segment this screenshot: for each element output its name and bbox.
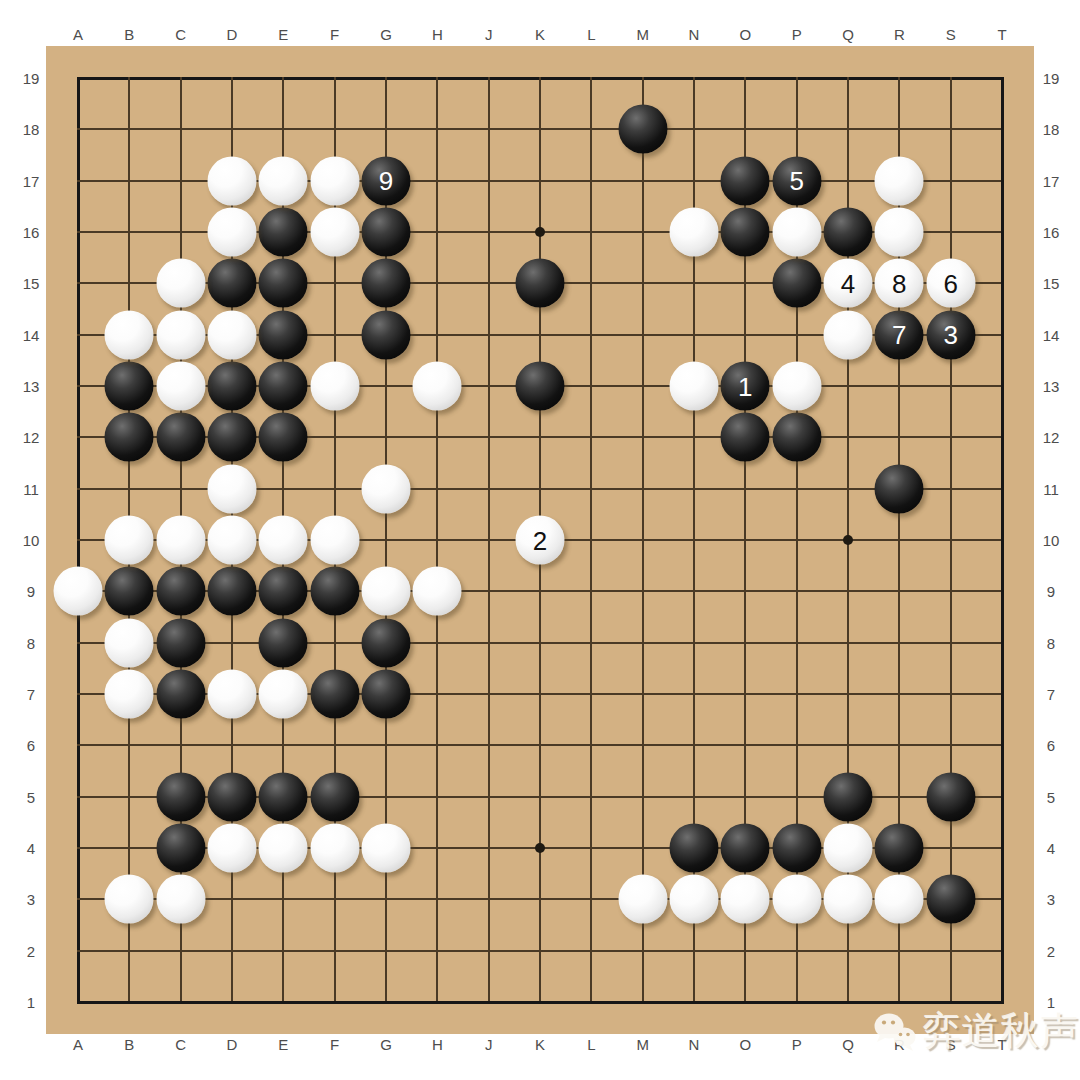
stone-black-B9	[105, 567, 154, 616]
coord-label-left-13: 13	[23, 378, 40, 395]
grid-vertical-line-L	[590, 77, 592, 1004]
coord-label-bottom-P: P	[792, 1036, 802, 1053]
stone-black-O16	[721, 208, 770, 257]
stone-black-E12	[259, 413, 308, 462]
stone-black-G17: 9	[362, 156, 411, 205]
stone-white-E10	[259, 516, 308, 565]
stone-white-P3	[772, 875, 821, 924]
stone-black-R14: 7	[875, 310, 924, 359]
coord-label-bottom-H: H	[432, 1036, 443, 1053]
coord-label-bottom-Q: Q	[842, 1036, 854, 1053]
stone-black-D12	[208, 413, 257, 462]
coord-label-left-12: 12	[23, 429, 40, 446]
stone-white-B10	[105, 516, 154, 565]
stone-black-C9	[156, 567, 205, 616]
coord-label-left-17: 17	[23, 172, 40, 189]
stone-white-Q3	[824, 875, 873, 924]
stone-white-M3	[618, 875, 667, 924]
coord-label-bottom-A: A	[73, 1036, 83, 1053]
watermark-text: 弈道秋声	[923, 1006, 1079, 1057]
stone-white-B14	[105, 310, 154, 359]
coord-label-bottom-D: D	[227, 1036, 238, 1053]
stone-black-F9	[310, 567, 359, 616]
coord-label-left-10: 10	[23, 532, 40, 549]
stone-black-D9	[208, 567, 257, 616]
stone-black-S14: 3	[926, 310, 975, 359]
stone-white-R16	[875, 208, 924, 257]
stone-black-S3	[926, 875, 975, 924]
coord-label-left-19: 19	[23, 70, 40, 87]
coord-label-right-12: 12	[1043, 429, 1060, 446]
stone-white-Q14	[824, 310, 873, 359]
stone-white-N13	[670, 362, 719, 411]
coord-label-right-15: 15	[1043, 275, 1060, 292]
stone-white-B8	[105, 618, 154, 667]
stone-white-K10: 2	[516, 516, 565, 565]
stone-black-C8	[156, 618, 205, 667]
move-number-1: 1	[738, 373, 752, 399]
coord-label-top-G: G	[380, 26, 392, 43]
stone-black-R4	[875, 824, 924, 873]
stone-black-C5	[156, 772, 205, 821]
coord-label-right-18: 18	[1043, 121, 1060, 138]
coord-label-left-3: 3	[27, 891, 35, 908]
stone-black-E5	[259, 772, 308, 821]
coord-label-top-L: L	[587, 26, 595, 43]
stone-white-P16	[772, 208, 821, 257]
coord-label-right-8: 8	[1047, 634, 1055, 651]
stone-black-K13	[516, 362, 565, 411]
stone-black-G15	[362, 259, 411, 308]
stone-black-B12	[105, 413, 154, 462]
stone-black-S5	[926, 772, 975, 821]
stone-black-E16	[259, 208, 308, 257]
stone-black-O4	[721, 824, 770, 873]
stone-black-F7	[310, 670, 359, 719]
grid-vertical-line-T	[1001, 77, 1004, 1004]
stone-white-D10	[208, 516, 257, 565]
coord-label-top-P: P	[792, 26, 802, 43]
grid-vertical-line-M	[642, 77, 644, 1004]
coord-label-right-5: 5	[1047, 788, 1055, 805]
stone-white-F17	[310, 156, 359, 205]
coord-label-right-14: 14	[1043, 326, 1060, 343]
stone-white-G9	[362, 567, 411, 616]
stone-black-Q5	[824, 772, 873, 821]
stone-black-O17	[721, 156, 770, 205]
stone-white-C10	[156, 516, 205, 565]
coord-label-top-S: S	[946, 26, 956, 43]
stone-black-M18	[618, 105, 667, 154]
stone-white-S15: 6	[926, 259, 975, 308]
move-number-3: 3	[943, 322, 957, 348]
stone-white-G11	[362, 464, 411, 513]
coord-label-top-B: B	[124, 26, 134, 43]
stone-white-O3	[721, 875, 770, 924]
coord-label-bottom-F: F	[330, 1036, 339, 1053]
coord-label-left-4: 4	[27, 840, 35, 857]
coord-label-top-C: C	[175, 26, 186, 43]
coord-label-left-9: 9	[27, 583, 35, 600]
stone-black-E8	[259, 618, 308, 667]
stone-white-E17	[259, 156, 308, 205]
move-number-9: 9	[379, 168, 393, 194]
coord-label-right-4: 4	[1047, 840, 1055, 857]
stone-white-N3	[670, 875, 719, 924]
stone-white-Q4	[824, 824, 873, 873]
stone-black-D5	[208, 772, 257, 821]
coord-label-right-13: 13	[1043, 378, 1060, 395]
stone-black-P17: 5	[772, 156, 821, 205]
stone-black-G16	[362, 208, 411, 257]
coord-label-top-F: F	[330, 26, 339, 43]
stone-black-E13	[259, 362, 308, 411]
coord-label-bottom-O: O	[739, 1036, 751, 1053]
stone-white-B3	[105, 875, 154, 924]
stone-white-R17	[875, 156, 924, 205]
stone-black-C12	[156, 413, 205, 462]
grid-horizontal-line-1	[77, 1001, 1004, 1004]
move-number-5: 5	[789, 168, 803, 194]
stone-black-E9	[259, 567, 308, 616]
watermark: 弈道秋声	[872, 1006, 1079, 1057]
coord-label-bottom-B: B	[124, 1036, 134, 1053]
coord-label-left-16: 16	[23, 224, 40, 241]
coord-label-top-H: H	[432, 26, 443, 43]
coord-label-right-6: 6	[1047, 737, 1055, 754]
stone-white-B7	[105, 670, 154, 719]
stone-black-N4	[670, 824, 719, 873]
stone-black-B13	[105, 362, 154, 411]
coord-label-right-17: 17	[1043, 172, 1060, 189]
stone-black-Q16	[824, 208, 873, 257]
stone-black-D13	[208, 362, 257, 411]
move-number-8: 8	[892, 270, 906, 296]
stone-black-P4	[772, 824, 821, 873]
stone-black-G8	[362, 618, 411, 667]
stone-white-D16	[208, 208, 257, 257]
stone-white-A9	[54, 567, 103, 616]
stone-black-G7	[362, 670, 411, 719]
stone-black-P12	[772, 413, 821, 462]
coord-label-bottom-C: C	[175, 1036, 186, 1053]
coord-label-bottom-E: E	[278, 1036, 288, 1053]
stone-white-D14	[208, 310, 257, 359]
stone-white-H9	[413, 567, 462, 616]
move-number-2: 2	[533, 527, 547, 553]
star-point-K4	[535, 843, 545, 853]
stone-white-N16	[670, 208, 719, 257]
coord-label-top-O: O	[739, 26, 751, 43]
coord-label-bottom-N: N	[689, 1036, 700, 1053]
coord-label-left-15: 15	[23, 275, 40, 292]
coord-label-right-3: 3	[1047, 891, 1055, 908]
stone-white-P13	[772, 362, 821, 411]
coord-label-right-16: 16	[1043, 224, 1060, 241]
stone-white-G4	[362, 824, 411, 873]
stone-white-F13	[310, 362, 359, 411]
stone-white-F4	[310, 824, 359, 873]
stone-black-G14	[362, 310, 411, 359]
coord-label-right-10: 10	[1043, 532, 1060, 549]
coord-label-left-2: 2	[27, 942, 35, 959]
coord-label-right-9: 9	[1047, 583, 1055, 600]
coord-label-right-2: 2	[1047, 942, 1055, 959]
stone-black-E14	[259, 310, 308, 359]
stone-white-Q15: 4	[824, 259, 873, 308]
coord-label-top-J: J	[485, 26, 493, 43]
stone-black-O12	[721, 413, 770, 462]
stone-black-R11	[875, 464, 924, 513]
coord-label-top-M: M	[636, 26, 649, 43]
coord-label-left-1: 1	[27, 994, 35, 1011]
stone-white-E4	[259, 824, 308, 873]
stone-black-F5	[310, 772, 359, 821]
stone-black-K15	[516, 259, 565, 308]
coord-label-top-E: E	[278, 26, 288, 43]
coord-label-left-7: 7	[27, 686, 35, 703]
stone-black-O13: 1	[721, 362, 770, 411]
coord-label-right-7: 7	[1047, 686, 1055, 703]
coord-label-left-14: 14	[23, 326, 40, 343]
coord-label-top-A: A	[73, 26, 83, 43]
coord-label-bottom-J: J	[485, 1036, 493, 1053]
coord-label-bottom-M: M	[636, 1036, 649, 1053]
stone-black-P15	[772, 259, 821, 308]
stone-white-R15: 8	[875, 259, 924, 308]
coord-label-top-R: R	[894, 26, 905, 43]
coord-label-right-11: 11	[1043, 480, 1059, 497]
stone-white-F10	[310, 516, 359, 565]
coord-label-left-6: 6	[27, 737, 35, 754]
grid-horizontal-line-6	[77, 744, 1004, 746]
coord-label-top-D: D	[227, 26, 238, 43]
stone-black-D15	[208, 259, 257, 308]
coord-label-right-19: 19	[1043, 70, 1060, 87]
stone-white-C15	[156, 259, 205, 308]
star-point-Q10	[843, 535, 853, 545]
coord-label-bottom-K: K	[535, 1036, 545, 1053]
stone-white-C14	[156, 310, 205, 359]
star-point-K16	[535, 227, 545, 237]
coord-label-left-11: 11	[23, 480, 39, 497]
stone-black-C7	[156, 670, 205, 719]
coord-label-top-K: K	[535, 26, 545, 43]
move-number-4: 4	[841, 270, 855, 296]
move-number-6: 6	[943, 270, 957, 296]
stone-white-E7	[259, 670, 308, 719]
grid-horizontal-line-2	[77, 950, 1004, 952]
stone-white-D7	[208, 670, 257, 719]
stone-black-C4	[156, 824, 205, 873]
grid-vertical-line-S	[950, 77, 952, 1004]
stone-white-C13	[156, 362, 205, 411]
coord-label-bottom-G: G	[380, 1036, 392, 1053]
coord-label-top-Q: Q	[842, 26, 854, 43]
stone-white-R3	[875, 875, 924, 924]
coord-label-top-T: T	[997, 26, 1006, 43]
stone-white-D4	[208, 824, 257, 873]
stone-white-F16	[310, 208, 359, 257]
coord-label-left-8: 8	[27, 634, 35, 651]
stone-black-E15	[259, 259, 308, 308]
coord-label-left-5: 5	[27, 788, 35, 805]
move-number-7: 7	[892, 322, 906, 348]
coord-label-bottom-L: L	[587, 1036, 595, 1053]
page: AABBCCDDEEFFGGHHJJKKLLMMNNOOPPQQRRSSTT11…	[0, 0, 1080, 1080]
coord-label-top-N: N	[689, 26, 700, 43]
wechat-icon	[872, 1009, 918, 1055]
coord-label-left-18: 18	[23, 121, 40, 138]
stone-white-D11	[208, 464, 257, 513]
stone-white-H13	[413, 362, 462, 411]
stone-white-C3	[156, 875, 205, 924]
grid-horizontal-line-8	[77, 642, 1004, 644]
stone-white-D17	[208, 156, 257, 205]
